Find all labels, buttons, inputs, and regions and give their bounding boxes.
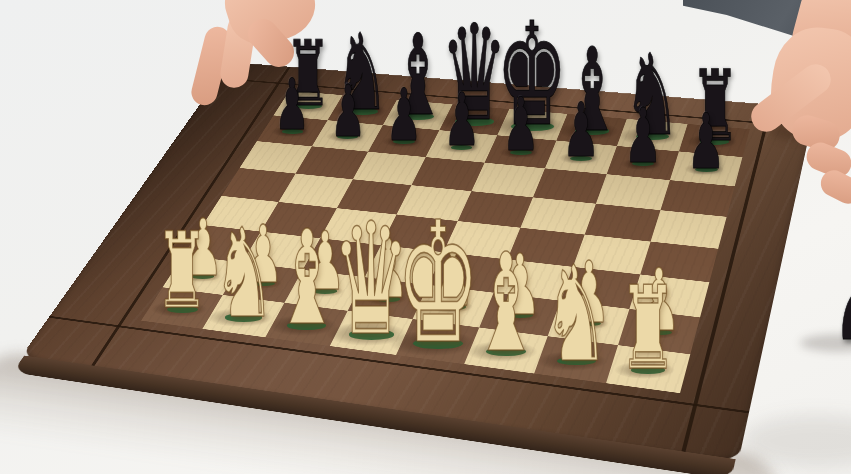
white-bishop-glyph: ♝ bbox=[472, 236, 540, 371]
black-pawn-glyph: ♟ bbox=[687, 104, 726, 181]
white-knight-glyph: ♞ bbox=[213, 212, 275, 335]
white-rook-glyph: ♜ bbox=[619, 272, 677, 387]
white-king-glyph: ♚ bbox=[396, 200, 480, 367]
black-pawn-glyph: ♟ bbox=[443, 84, 480, 157]
pieces-layer: ♜♞♝♛♚♝♞♜♟♟♟♟♟♟♟♟♟♟♟♟♟♟♟♟♜♞♝♛♚♝♞♜ bbox=[0, 0, 851, 474]
white-bishop-glyph: ♝ bbox=[274, 214, 340, 344]
black-pawn-glyph: ♟ bbox=[386, 80, 422, 152]
black-pawn-glyph: ♟ bbox=[830, 211, 851, 362]
black-pawn-glyph: ♟ bbox=[562, 94, 600, 169]
scene: ♜♞♝♛♚♝♞♜♟♟♟♟♟♟♟♟♟♟♟♟♟♟♟♟♜♞♝♛♚♝♞♜ ♟ bbox=[0, 0, 851, 474]
black-pawn-glyph: ♟ bbox=[330, 75, 366, 146]
white-rook-glyph: ♜ bbox=[156, 219, 209, 324]
black-pawn-glyph: ♟ bbox=[624, 99, 662, 175]
black-pawn-glyph: ♟ bbox=[275, 71, 311, 142]
white-knight-glyph: ♞ bbox=[543, 248, 609, 380]
black-pawn-glyph: ♟ bbox=[502, 89, 539, 163]
